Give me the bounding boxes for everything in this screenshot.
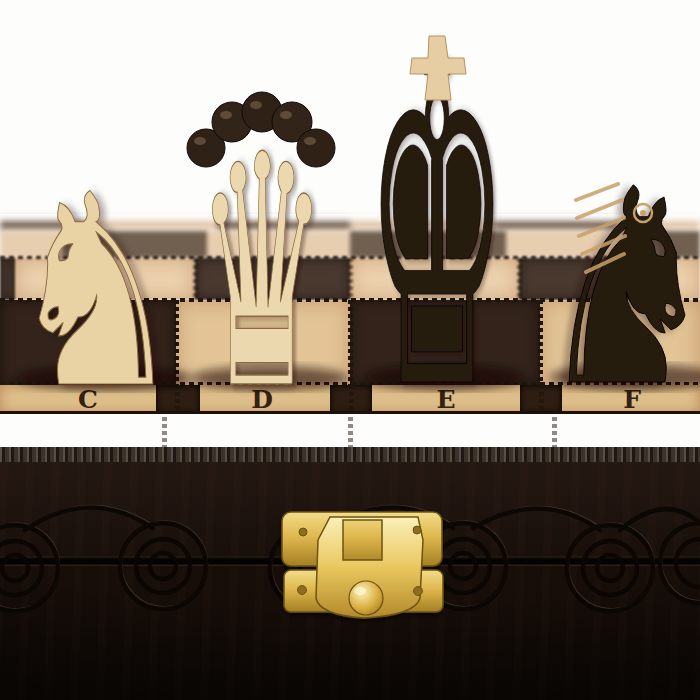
chess-set-photo: C D E F [0, 0, 700, 700]
white-knight-piece: ♞ [7, 138, 185, 446]
chess-pieces-layer: ♞ ♛ ♚ ♞ [0, 0, 700, 700]
black-knight-piece: ♞ [536, 131, 700, 446]
